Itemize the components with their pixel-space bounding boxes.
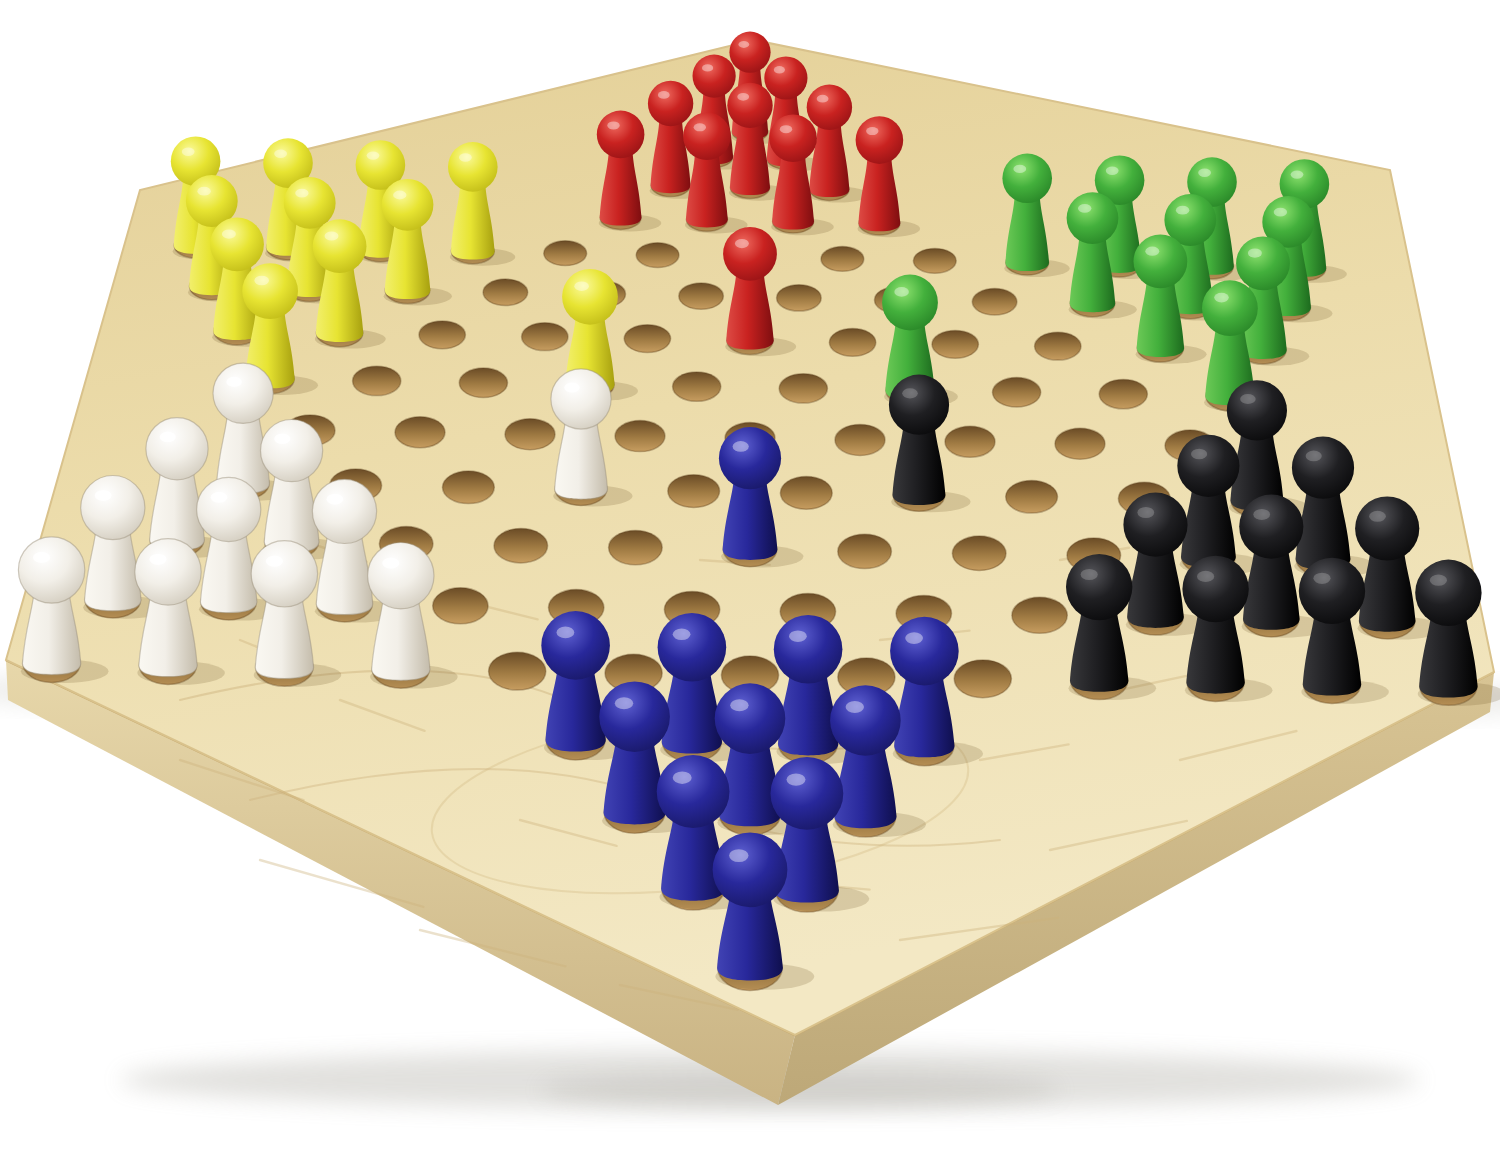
- hole-q-3r0[interactable]: [395, 417, 445, 448]
- hole-q4r-2[interactable]: [1035, 332, 1081, 360]
- board-scene: [0, 0, 1500, 1151]
- hole-q-1r-3[interactable]: [483, 279, 528, 305]
- hole-q-1r-2[interactable]: [522, 323, 568, 351]
- hole-q2r-3[interactable]: [777, 285, 822, 311]
- chinese-checkers-board: [0, 0, 1500, 1151]
- hole-q-4r3[interactable]: [433, 588, 488, 624]
- hole-q0r4[interactable]: [954, 660, 1011, 698]
- hole-q-3r1[interactable]: [443, 471, 495, 504]
- hole-q3r-1[interactable]: [993, 378, 1041, 407]
- hole-q2r0[interactable]: [945, 426, 995, 457]
- hole-q3r-2[interactable]: [932, 330, 978, 358]
- hole-q1r-1[interactable]: [779, 374, 827, 403]
- hole-q2r1[interactable]: [1006, 481, 1058, 514]
- hole-q0r2[interactable]: [838, 534, 892, 568]
- hole-q-3r2[interactable]: [494, 529, 548, 563]
- hole-q-1r1[interactable]: [668, 475, 720, 508]
- hole-q4r-4[interactable]: [913, 248, 956, 273]
- hole-q4r-1[interactable]: [1099, 379, 1147, 408]
- hole-q-2r2[interactable]: [609, 530, 663, 564]
- hole-q4r-3[interactable]: [972, 289, 1017, 315]
- hole-q2r-2[interactable]: [829, 329, 875, 357]
- hole-q-4r4[interactable]: [489, 652, 546, 690]
- hole-q-2r-1[interactable]: [459, 368, 507, 397]
- hole-q1r3[interactable]: [1012, 597, 1067, 633]
- hole-q0r-4[interactable]: [544, 241, 587, 266]
- hole-q1r0[interactable]: [835, 424, 885, 455]
- hole-q0r1[interactable]: [780, 477, 832, 510]
- hole-q-2r0[interactable]: [505, 419, 555, 450]
- hole-q-2r-2[interactable]: [419, 321, 465, 349]
- hole-q0r-1[interactable]: [673, 372, 721, 401]
- hole-q1r-4[interactable]: [636, 243, 679, 268]
- hole-q1r2[interactable]: [952, 536, 1006, 570]
- hole-q3r0[interactable]: [1055, 428, 1105, 459]
- hole-q3r-4[interactable]: [821, 247, 864, 272]
- hole-q0r-2[interactable]: [624, 325, 670, 353]
- hole-q-1r0[interactable]: [615, 421, 665, 452]
- hole-q-3r-1[interactable]: [353, 366, 401, 395]
- hole-q1r-3[interactable]: [679, 283, 724, 309]
